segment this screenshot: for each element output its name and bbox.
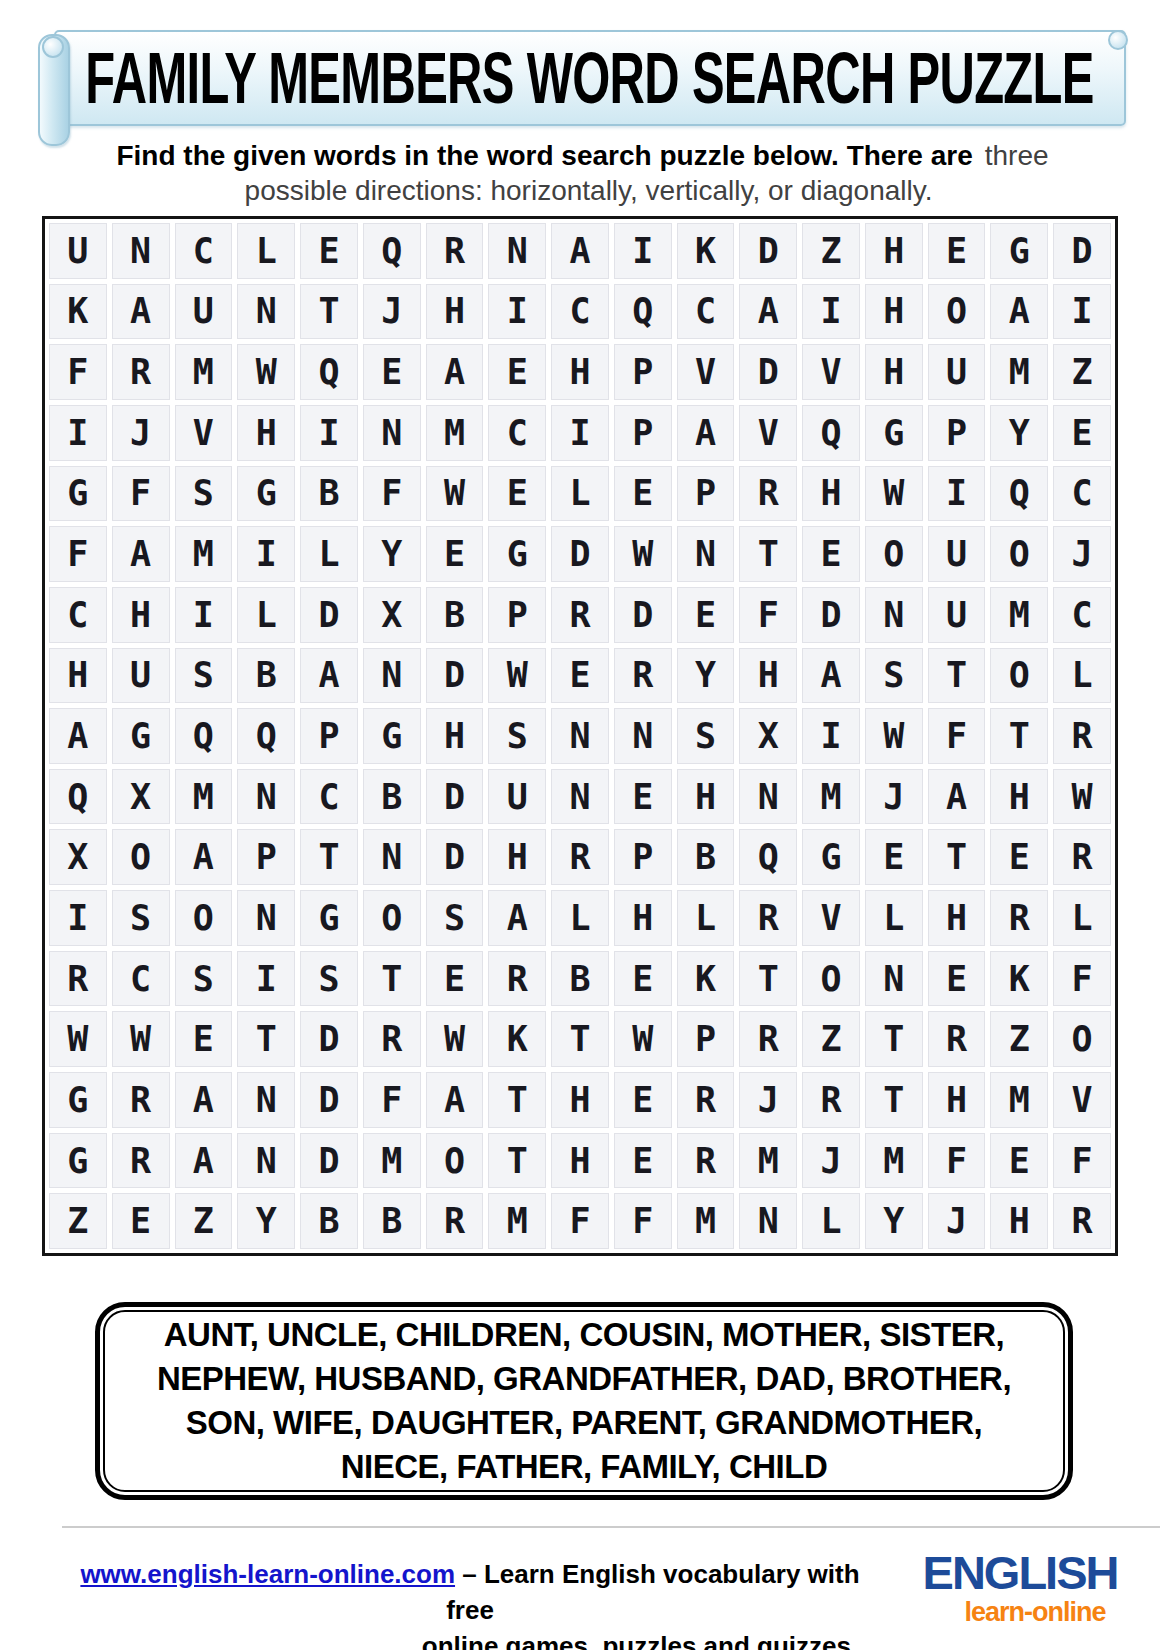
grid-cell[interactable]: O [990, 648, 1048, 704]
grid-cell[interactable]: T [488, 1133, 546, 1189]
grid-cell[interactable]: I [1053, 284, 1111, 340]
grid-cell[interactable]: I [802, 284, 860, 340]
grid-cell[interactable]: E [990, 829, 1048, 885]
grid-cell[interactable]: R [426, 1193, 484, 1249]
grid-cell[interactable]: Q [175, 708, 233, 764]
grid-cell[interactable]: I [49, 890, 107, 946]
grid-cell[interactable]: E [928, 223, 986, 279]
grid-cell[interactable]: E [614, 466, 672, 522]
grid-cell[interactable]: E [614, 1072, 672, 1128]
grid-cell[interactable]: D [300, 1072, 358, 1128]
grid-cell[interactable]: F [49, 344, 107, 400]
grid-cell[interactable]: Q [237, 708, 295, 764]
grid-cell[interactable]: I [928, 466, 986, 522]
grid-cell[interactable]: A [175, 1133, 233, 1189]
grid-cell[interactable]: F [112, 466, 170, 522]
grid-cell[interactable]: U [928, 344, 986, 400]
grid-cell[interactable]: N [488, 223, 546, 279]
grid-cell[interactable]: I [300, 405, 358, 461]
grid-cell[interactable]: N [112, 223, 170, 279]
grid-cell[interactable]: A [175, 1072, 233, 1128]
grid-cell[interactable]: G [865, 405, 923, 461]
grid-cell[interactable]: B [551, 951, 609, 1007]
grid-cell[interactable]: R [677, 1072, 735, 1128]
grid-cell[interactable]: F [363, 1072, 421, 1128]
grid-cell[interactable]: H [865, 344, 923, 400]
instructions-line2: possible directions: horizontally, verti… [12, 173, 1165, 208]
grid-cell[interactable]: H [426, 284, 484, 340]
grid-cell[interactable]: C [175, 223, 233, 279]
grid-cell[interactable]: D [1053, 223, 1111, 279]
grid-cell[interactable]: O [865, 526, 923, 582]
grid-cell[interactable]: P [677, 1011, 735, 1067]
grid-cell[interactable]: F [49, 526, 107, 582]
grid-cell[interactable]: H [551, 1072, 609, 1128]
grid-cell[interactable]: S [426, 890, 484, 946]
grid-cell[interactable]: D [426, 829, 484, 885]
grid-cell[interactable]: U [488, 769, 546, 825]
grid-cell[interactable]: R [551, 587, 609, 643]
grid-cell[interactable]: E [802, 526, 860, 582]
grid-cell[interactable]: R [426, 223, 484, 279]
grid-cell[interactable]: E [677, 587, 735, 643]
grid-cell[interactable]: A [175, 829, 233, 885]
grid-cell[interactable]: H [614, 890, 672, 946]
grid-cell[interactable]: V [1053, 1072, 1111, 1128]
grid-cell[interactable]: L [677, 890, 735, 946]
grid-cell[interactable]: G [49, 466, 107, 522]
grid-cell[interactable]: M [802, 769, 860, 825]
grid-cell[interactable]: A [49, 708, 107, 764]
grid-cell[interactable]: T [363, 951, 421, 1007]
grid-cell[interactable]: W [614, 1011, 672, 1067]
grid-cell[interactable]: C [300, 769, 358, 825]
grid-cell[interactable]: E [928, 951, 986, 1007]
grid-cell[interactable]: J [802, 1133, 860, 1189]
grid-cell[interactable]: J [363, 284, 421, 340]
grid-cell[interactable]: M [488, 1193, 546, 1249]
grid-cell[interactable]: U [928, 526, 986, 582]
grid-cell[interactable]: W [865, 466, 923, 522]
grid-cell[interactable]: N [363, 829, 421, 885]
grid-cell[interactable]: F [928, 1133, 986, 1189]
grid-cell[interactable]: M [363, 1133, 421, 1189]
grid-cell[interactable]: P [300, 708, 358, 764]
grid-cell[interactable]: Q [300, 344, 358, 400]
grid-cell[interactable]: N [739, 769, 797, 825]
grid-cell[interactable]: L [551, 890, 609, 946]
grid-cell[interactable]: G [363, 708, 421, 764]
word-list-line: NEPHEW, HUSBAND, GRANDFATHER, DAD, BROTH… [157, 1357, 1011, 1401]
grid-cell[interactable]: N [551, 769, 609, 825]
grid-cell[interactable]: R [928, 1011, 986, 1067]
grid-cell[interactable]: X [112, 769, 170, 825]
grid-cell[interactable]: R [49, 951, 107, 1007]
grid-cell[interactable]: H [990, 769, 1048, 825]
grid-cell[interactable]: Z [802, 1011, 860, 1067]
grid-cell[interactable]: N [237, 284, 295, 340]
grid-cell[interactable]: N [677, 526, 735, 582]
grid-cell[interactable]: T [739, 526, 797, 582]
grid-cell[interactable]: R [739, 466, 797, 522]
grid-cell[interactable]: C [488, 405, 546, 461]
grid-cell[interactable]: T [300, 829, 358, 885]
grid-cell[interactable]: C [112, 951, 170, 1007]
grid-cell[interactable]: G [488, 526, 546, 582]
grid-cell[interactable]: L [802, 1193, 860, 1249]
grid-cell[interactable]: E [1053, 405, 1111, 461]
grid-cell[interactable]: I [488, 284, 546, 340]
grid-cell[interactable]: D [300, 1011, 358, 1067]
grid-cell[interactable]: Y [990, 405, 1048, 461]
grid-cell[interactable]: V [739, 405, 797, 461]
grid-cell[interactable]: K [49, 284, 107, 340]
grid-cell[interactable]: R [112, 1133, 170, 1189]
grid-cell[interactable]: H [112, 587, 170, 643]
grid-cell[interactable]: T [990, 708, 1048, 764]
grid-cell[interactable]: D [426, 769, 484, 825]
grid-cell[interactable]: G [49, 1072, 107, 1128]
grid-cell[interactable]: D [802, 587, 860, 643]
grid-cell[interactable]: D [300, 587, 358, 643]
grid-cell[interactable]: R [551, 829, 609, 885]
grid-cell[interactable]: J [112, 405, 170, 461]
instructions-line1: Find the given words in the word search … [0, 138, 1165, 173]
grid-cell[interactable]: N [237, 890, 295, 946]
grid-cell[interactable]: J [928, 1193, 986, 1249]
word-list-line: SON, WIFE, DAUGHTER, PARENT, GRANDMOTHER… [186, 1401, 983, 1445]
grid-cell[interactable]: W [614, 526, 672, 582]
grid-cell[interactable]: Y [363, 526, 421, 582]
grid-cell[interactable]: Z [990, 1011, 1048, 1067]
grid-cell[interactable]: H [928, 1072, 986, 1128]
grid-cell[interactable]: Q [802, 405, 860, 461]
grid-cell[interactable]: W [1053, 769, 1111, 825]
grid-cell[interactable]: R [802, 1072, 860, 1128]
grid-cell[interactable]: B [363, 769, 421, 825]
grid-cell[interactable]: C [49, 587, 107, 643]
grid-cell[interactable]: H [990, 1193, 1048, 1249]
grid-cell[interactable]: D [426, 648, 484, 704]
grid-cell[interactable]: R [488, 951, 546, 1007]
grid-cell[interactable]: V [677, 344, 735, 400]
grid-cell[interactable]: W [426, 466, 484, 522]
grid-cell[interactable]: B [363, 1193, 421, 1249]
grid-cell[interactable]: M [990, 344, 1048, 400]
grid-cell[interactable]: R [363, 1011, 421, 1067]
grid-cell[interactable]: R [112, 344, 170, 400]
grid-cell[interactable]: A [426, 1072, 484, 1128]
grid-cell[interactable]: R [739, 1011, 797, 1067]
grid-cell[interactable]: K [488, 1011, 546, 1067]
grid-cell[interactable]: C [1053, 466, 1111, 522]
grid-cell[interactable]: E [426, 951, 484, 1007]
grid-cell[interactable]: I [614, 223, 672, 279]
grid-cell[interactable]: N [739, 1193, 797, 1249]
grid-cell[interactable]: H [928, 890, 986, 946]
grid-cell[interactable]: Q [614, 284, 672, 340]
grid-cell[interactable]: S [112, 890, 170, 946]
grid-cell[interactable]: H [677, 769, 735, 825]
grid-cell[interactable]: T [237, 1011, 295, 1067]
grid-cell[interactable]: W [865, 708, 923, 764]
grid-cell[interactable]: E [614, 769, 672, 825]
grid-cell[interactable]: I [551, 405, 609, 461]
grid-cell[interactable]: T [739, 951, 797, 1007]
grid-cell[interactable]: B [300, 1193, 358, 1249]
grid-cell[interactable]: E [175, 1011, 233, 1067]
grid-cell[interactable]: R [990, 890, 1048, 946]
grid-cell[interactable]: B [426, 587, 484, 643]
grid-cell[interactable]: E [551, 648, 609, 704]
grid-cell[interactable]: G [112, 708, 170, 764]
grid-cell[interactable]: T [865, 1011, 923, 1067]
grid-cell[interactable]: E [300, 223, 358, 279]
grid-cell[interactable]: N [237, 1133, 295, 1189]
grid-cell[interactable]: T [928, 829, 986, 885]
grid-cell[interactable]: C [551, 284, 609, 340]
grid-cell[interactable]: R [677, 1133, 735, 1189]
grid-cell[interactable]: A [677, 405, 735, 461]
grid-cell[interactable]: L [1053, 648, 1111, 704]
grid-cell[interactable]: J [865, 769, 923, 825]
grid-cell[interactable]: M [175, 769, 233, 825]
grid-cell[interactable]: P [237, 829, 295, 885]
grid-cell[interactable]: W [49, 1011, 107, 1067]
grid-cell[interactable]: F [739, 587, 797, 643]
grid-cell[interactable]: Q [49, 769, 107, 825]
grid-cell[interactable]: K [990, 951, 1048, 1007]
grid-cell[interactable]: M [990, 1072, 1048, 1128]
grid-cell[interactable]: H [551, 1133, 609, 1189]
grid-cell[interactable]: G [49, 1133, 107, 1189]
grid-cell[interactable]: W [426, 1011, 484, 1067]
grid-cell[interactable]: E [426, 526, 484, 582]
grid-cell[interactable]: V [802, 344, 860, 400]
grid-cell[interactable]: L [237, 587, 295, 643]
word-list-box: AUNT, UNCLE, CHILDREN, COUSIN, MOTHER, S… [95, 1302, 1073, 1500]
grid-cell[interactable]: N [237, 1072, 295, 1128]
grid-cell[interactable]: D [614, 587, 672, 643]
grid-cell[interactable]: X [49, 829, 107, 885]
grid-cell[interactable]: N [363, 405, 421, 461]
grid-cell[interactable]: S [865, 648, 923, 704]
grid-cell[interactable]: H [739, 648, 797, 704]
grid-cell[interactable]: M [865, 1133, 923, 1189]
grid-cell[interactable]: P [928, 405, 986, 461]
grid-cell[interactable]: O [175, 890, 233, 946]
grid-cell[interactable]: W [237, 344, 295, 400]
footer-line1: www.english-learn-online.com – Learn Eng… [60, 1556, 880, 1628]
grid-cell[interactable]: S [677, 708, 735, 764]
grid-cell[interactable]: L [1053, 890, 1111, 946]
grid-cell[interactable]: U [49, 223, 107, 279]
grid-cell[interactable]: H [488, 829, 546, 885]
grid-cell[interactable]: N [614, 708, 672, 764]
grid-cell[interactable]: O [928, 284, 986, 340]
page-title: FAMILY MEMBERS WORD SEARCH PUZZLE [86, 37, 1094, 119]
footer: www.english-learn-online.com – Learn Eng… [60, 1556, 880, 1650]
grid-cell[interactable]: L [237, 223, 295, 279]
grid-cell[interactable]: M [990, 587, 1048, 643]
grid-cell[interactable]: H [802, 466, 860, 522]
grid-cell[interactable]: M [426, 405, 484, 461]
grid-cell[interactable]: E [488, 344, 546, 400]
grid-cell[interactable]: S [488, 708, 546, 764]
grid-cell[interactable]: S [175, 951, 233, 1007]
grid-cell[interactable]: Z [802, 223, 860, 279]
grid-cell[interactable]: O [1053, 1011, 1111, 1067]
grid-cell[interactable]: P [488, 587, 546, 643]
grid-cell[interactable]: F [928, 708, 986, 764]
footer-link[interactable]: www.english-learn-online.com [80, 1559, 455, 1589]
grid-cell[interactable]: L [300, 526, 358, 582]
grid-cell[interactable]: Q [990, 466, 1048, 522]
grid-cell[interactable]: N [865, 951, 923, 1007]
grid-cell[interactable]: Q [363, 223, 421, 279]
grid-cell[interactable]: R [1053, 708, 1111, 764]
grid-cell[interactable]: K [677, 223, 735, 279]
grid-cell[interactable]: N [865, 587, 923, 643]
grid-cell[interactable]: C [1053, 587, 1111, 643]
grid-cell[interactable]: T [488, 1072, 546, 1128]
grid-cell[interactable]: D [739, 223, 797, 279]
grid-cell[interactable]: B [300, 466, 358, 522]
scroll-curl-left-icon [42, 36, 64, 58]
grid-cell[interactable]: U [175, 284, 233, 340]
grid-cell[interactable]: O [112, 829, 170, 885]
grid-cell[interactable]: Y [865, 1193, 923, 1249]
grid-cell[interactable]: Q [739, 829, 797, 885]
grid-cell[interactable]: O [990, 526, 1048, 582]
grid-cell[interactable]: A [739, 284, 797, 340]
grid-cell[interactable]: D [551, 526, 609, 582]
grid-cell[interactable]: F [1053, 1133, 1111, 1189]
grid-cell[interactable]: Z [1053, 344, 1111, 400]
grid-cell[interactable]: E [112, 1193, 170, 1249]
grid-cell[interactable]: A [990, 284, 1048, 340]
grid-cell[interactable]: I [175, 587, 233, 643]
grid-cell[interactable]: M [739, 1133, 797, 1189]
grid-cell[interactable]: F [1053, 951, 1111, 1007]
grid-cell[interactable]: W [112, 1011, 170, 1067]
grid-cell[interactable]: A [112, 284, 170, 340]
grid-cell[interactable]: O [363, 890, 421, 946]
grid-cell[interactable]: E [614, 951, 672, 1007]
grid-cell[interactable]: P [677, 466, 735, 522]
grid-cell[interactable]: G [300, 890, 358, 946]
grid-cell[interactable]: H [865, 223, 923, 279]
grid-cell[interactable]: M [677, 1193, 735, 1249]
grid-cell[interactable]: H [49, 648, 107, 704]
grid-cell[interactable]: I [237, 526, 295, 582]
grid-cell[interactable]: L [551, 466, 609, 522]
grid-cell[interactable]: E [363, 344, 421, 400]
grid-cell[interactable]: I [237, 951, 295, 1007]
grid-cell[interactable]: K [677, 951, 735, 1007]
grid-cell[interactable]: H [426, 708, 484, 764]
grid-cell[interactable]: X [363, 587, 421, 643]
grid-cell[interactable]: B [237, 648, 295, 704]
grid-cell[interactable]: D [300, 1133, 358, 1189]
grid-cell[interactable]: M [175, 344, 233, 400]
grid-cell[interactable]: S [175, 466, 233, 522]
grid-cell[interactable]: N [363, 648, 421, 704]
grid-cell[interactable]: U [112, 648, 170, 704]
grid-cell[interactable]: R [614, 648, 672, 704]
grid-cell[interactable]: V [175, 405, 233, 461]
grid-cell[interactable]: W [488, 648, 546, 704]
grid-cell[interactable]: H [237, 405, 295, 461]
grid-cell[interactable]: E [614, 1133, 672, 1189]
grid-cell[interactable]: F [614, 1193, 672, 1249]
grid-cell[interactable]: R [112, 1072, 170, 1128]
grid-cell[interactable]: A [300, 648, 358, 704]
grid-cell[interactable]: G [802, 829, 860, 885]
grid-cell[interactable]: V [802, 890, 860, 946]
grid-cell[interactable]: Z [49, 1193, 107, 1249]
grid-cell[interactable]: E [990, 1133, 1048, 1189]
grid-cell[interactable]: Z [175, 1193, 233, 1249]
grid-cell[interactable]: T [928, 648, 986, 704]
grid-cell[interactable]: P [614, 829, 672, 885]
logo-learn-online: learn-online [900, 1598, 1140, 1626]
grid-cell[interactable]: A [112, 526, 170, 582]
grid-cell[interactable]: X [739, 708, 797, 764]
grid-cell[interactable]: Y [677, 648, 735, 704]
grid-cell[interactable]: E [865, 829, 923, 885]
grid-cell[interactable]: P [614, 344, 672, 400]
grid-cell[interactable]: C [677, 284, 735, 340]
grid-cell[interactable]: A [928, 769, 986, 825]
grid-cell[interactable]: I [802, 708, 860, 764]
grid-cell[interactable]: D [739, 344, 797, 400]
grid-cell[interactable]: S [300, 951, 358, 1007]
grid-cell[interactable]: E [488, 466, 546, 522]
grid-cell[interactable]: A [426, 344, 484, 400]
grid-cell[interactable]: A [551, 223, 609, 279]
grid-cell[interactable]: F [551, 1193, 609, 1249]
grid-cell[interactable]: A [802, 648, 860, 704]
grid-cell[interactable]: H [551, 344, 609, 400]
grid-cell[interactable]: G [237, 466, 295, 522]
grid-cell[interactable]: J [739, 1072, 797, 1128]
grid-cell[interactable]: S [175, 648, 233, 704]
grid-cell[interactable]: T [865, 1072, 923, 1128]
grid-cell[interactable]: R [739, 890, 797, 946]
grid-cell[interactable]: M [175, 526, 233, 582]
grid-cell[interactable]: N [237, 769, 295, 825]
grid-cell[interactable]: B [677, 829, 735, 885]
grid-cell[interactable]: O [802, 951, 860, 1007]
grid-cell[interactable]: U [928, 587, 986, 643]
grid-cell[interactable]: I [49, 405, 107, 461]
grid-cell[interactable]: G [990, 223, 1048, 279]
grid-cell[interactable]: J [1053, 526, 1111, 582]
grid-cell[interactable]: H [865, 284, 923, 340]
grid-cell[interactable]: R [1053, 1193, 1111, 1249]
grid-cell[interactable]: Y [237, 1193, 295, 1249]
grid-cell[interactable]: F [363, 466, 421, 522]
grid-cell[interactable]: P [614, 405, 672, 461]
grid-cell[interactable]: R [1053, 829, 1111, 885]
grid-cell[interactable]: T [551, 1011, 609, 1067]
grid-cell[interactable]: A [488, 890, 546, 946]
grid-cell[interactable]: L [865, 890, 923, 946]
grid-cell[interactable]: T [300, 284, 358, 340]
grid-cell[interactable]: N [551, 708, 609, 764]
grid-cell[interactable]: O [426, 1133, 484, 1189]
